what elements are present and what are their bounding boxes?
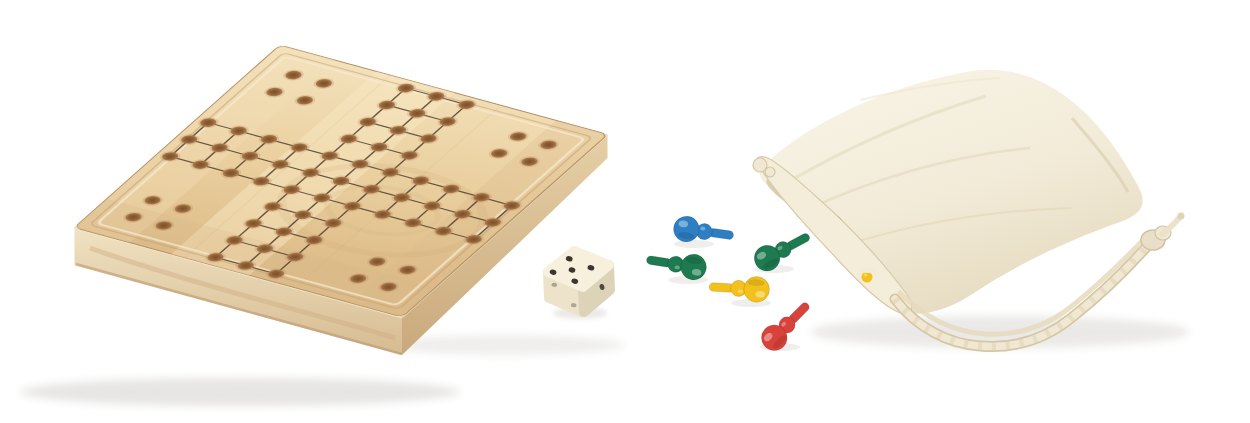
pawn-highlight [864,274,868,277]
die [548,251,610,319]
pawn-ball [672,215,701,244]
board-shadow-right [385,335,625,355]
product-photo-scene [0,0,1250,423]
bag-corner-knot [765,167,775,177]
pawn-yellow [709,274,771,303]
cord-tail-tip [1178,213,1185,220]
pawn-shadow [674,240,714,248]
drawstring-bag [753,70,1185,347]
board-shadow [20,378,460,406]
scattered-pawns [645,215,817,356]
pawn-green [645,247,709,282]
ludo-board [75,45,608,355]
photo-canvas [0,0,1250,423]
